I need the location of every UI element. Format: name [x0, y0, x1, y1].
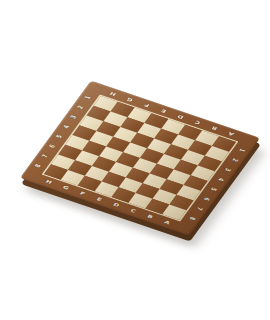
product-photo-scene: HGFEDCBA HGFEDCBA 12345678 12345678 [0, 0, 270, 320]
chess-board: HGFEDCBA HGFEDCBA 12345678 12345678 [20, 81, 260, 236]
